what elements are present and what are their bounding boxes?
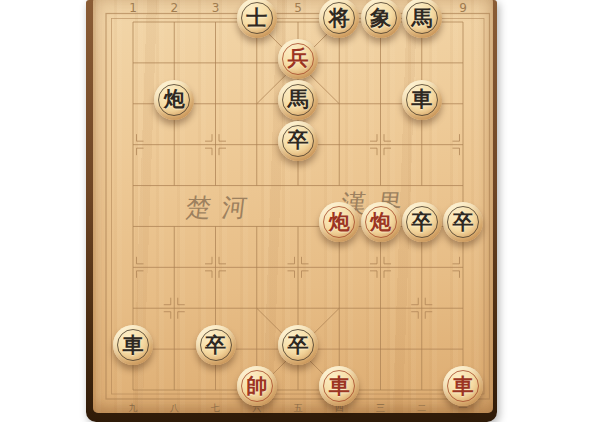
piece-glyph: 卒	[402, 202, 442, 242]
piece-red-cannon[interactable]: 炮	[319, 202, 359, 242]
piece-black-soldier[interactable]: 卒	[443, 202, 483, 242]
file-label-bottom-2: 八	[164, 402, 184, 415]
piece-red-general[interactable]: 帥	[237, 366, 277, 406]
file-label-top-1: 1	[123, 1, 143, 15]
piece-red-soldier[interactable]: 兵	[278, 39, 318, 79]
piece-black-horse[interactable]: 馬	[402, 0, 442, 38]
file-label-bottom-7: 三	[371, 402, 391, 415]
piece-black-cannon[interactable]: 炮	[154, 80, 194, 120]
file-label-top-3: 3	[206, 1, 226, 15]
piece-black-soldier[interactable]: 卒	[278, 325, 318, 365]
piece-red-cannon[interactable]: 炮	[361, 202, 401, 242]
piece-glyph: 車	[443, 366, 483, 406]
file-label-bottom-1: 九	[123, 402, 143, 415]
piece-glyph: 車	[113, 325, 153, 365]
piece-red-chariot[interactable]: 車	[443, 366, 483, 406]
piece-glyph: 将	[319, 0, 359, 38]
piece-black-general[interactable]: 将	[319, 0, 359, 38]
river-label-chu-he: 楚河	[184, 191, 260, 224]
piece-black-elephant[interactable]: 象	[361, 0, 401, 38]
piece-red-chariot[interactable]: 車	[319, 366, 359, 406]
file-label-top-9: 9	[453, 1, 473, 15]
piece-black-soldier[interactable]: 卒	[402, 202, 442, 242]
piece-glyph: 馬	[402, 0, 442, 38]
piece-glyph: 卒	[278, 325, 318, 365]
piece-black-chariot[interactable]: 車	[402, 80, 442, 120]
piece-black-soldier[interactable]: 卒	[196, 325, 236, 365]
piece-glyph: 炮	[361, 202, 401, 242]
piece-glyph: 兵	[278, 39, 318, 79]
file-label-bottom-5: 五	[288, 402, 308, 415]
piece-glyph: 炮	[154, 80, 194, 120]
piece-black-horse[interactable]: 馬	[278, 80, 318, 120]
piece-glyph: 車	[402, 80, 442, 120]
piece-black-advisor[interactable]: 士	[237, 0, 277, 38]
piece-glyph: 帥	[237, 366, 277, 406]
file-label-top-5: 5	[288, 1, 308, 15]
piece-glyph: 炮	[319, 202, 359, 242]
screenshot-root: 楚河 漢界 123456789 九八七六五四三二一 士将象馬兵炮馬車卒炮炮卒卒車…	[0, 0, 600, 422]
piece-glyph: 卒	[196, 325, 236, 365]
piece-glyph: 馬	[278, 80, 318, 120]
file-label-top-2: 2	[164, 1, 184, 15]
piece-glyph: 象	[361, 0, 401, 38]
piece-black-chariot[interactable]: 車	[113, 325, 153, 365]
piece-black-soldier[interactable]: 卒	[278, 121, 318, 161]
piece-glyph: 士	[237, 0, 277, 38]
piece-glyph: 卒	[443, 202, 483, 242]
file-label-bottom-8: 二	[412, 402, 432, 415]
piece-glyph: 車	[319, 366, 359, 406]
file-label-bottom-3: 七	[206, 402, 226, 415]
piece-glyph: 卒	[278, 121, 318, 161]
